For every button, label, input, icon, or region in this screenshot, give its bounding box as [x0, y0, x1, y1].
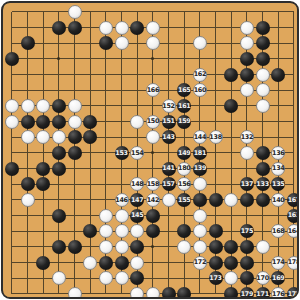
- board-cell[interactable]: [4, 114, 20, 130]
- board-cell[interactable]: [114, 161, 130, 177]
- board-cell[interactable]: [223, 223, 239, 239]
- board-cell[interactable]: 169: [270, 270, 286, 286]
- board-cell[interactable]: [82, 176, 98, 192]
- board-cell[interactable]: 149: [176, 145, 192, 161]
- board-cell[interactable]: [35, 114, 51, 130]
- board-cell[interactable]: [35, 176, 51, 192]
- board-cell[interactable]: 163: [286, 208, 299, 224]
- board-cell[interactable]: [35, 35, 51, 51]
- board-cell[interactable]: 171: [255, 286, 271, 299]
- board-cell[interactable]: [161, 239, 177, 255]
- board-cell[interactable]: [239, 35, 255, 51]
- board-cell[interactable]: [145, 4, 161, 20]
- board-cell[interactable]: 152: [161, 98, 177, 114]
- board-cell[interactable]: [51, 223, 67, 239]
- board-cell[interactable]: [98, 35, 114, 51]
- board-cell[interactable]: [161, 35, 177, 51]
- board-cell[interactable]: [4, 129, 20, 145]
- board-cell[interactable]: [208, 192, 224, 208]
- board-cell[interactable]: [255, 145, 271, 161]
- board-cell[interactable]: [161, 255, 177, 271]
- board-cell[interactable]: [129, 20, 145, 36]
- board-cell[interactable]: [176, 239, 192, 255]
- board-cell[interactable]: [114, 239, 130, 255]
- board-cell[interactable]: 147: [129, 192, 145, 208]
- board-cell[interactable]: [20, 35, 36, 51]
- board-cell[interactable]: [145, 223, 161, 239]
- board-cell[interactable]: [4, 161, 20, 177]
- board-cell[interactable]: [192, 192, 208, 208]
- board-cell[interactable]: [286, 176, 299, 192]
- board-cell[interactable]: [20, 255, 36, 271]
- board-cell[interactable]: 160: [192, 82, 208, 98]
- board-cell[interactable]: [129, 35, 145, 51]
- board-cell[interactable]: [67, 270, 83, 286]
- board-cell[interactable]: [145, 35, 161, 51]
- board-cell[interactable]: [98, 270, 114, 286]
- board-cell[interactable]: [114, 270, 130, 286]
- board-cell[interactable]: [51, 114, 67, 130]
- board-cell[interactable]: [67, 255, 83, 271]
- board-cell[interactable]: [51, 161, 67, 177]
- board-cell[interactable]: [98, 161, 114, 177]
- board-cell[interactable]: [35, 208, 51, 224]
- board-cell[interactable]: [129, 4, 145, 20]
- board-cell[interactable]: [223, 208, 239, 224]
- board-cell[interactable]: [145, 129, 161, 145]
- board-cell[interactable]: [51, 286, 67, 299]
- board-cell[interactable]: [223, 176, 239, 192]
- board-cell[interactable]: [51, 4, 67, 20]
- board-cell[interactable]: [255, 4, 271, 20]
- board-cell[interactable]: [223, 192, 239, 208]
- board-cell[interactable]: [82, 223, 98, 239]
- board-cell[interactable]: [114, 98, 130, 114]
- board-cell[interactable]: [98, 286, 114, 299]
- board-cell[interactable]: 172: [192, 255, 208, 271]
- board-cell[interactable]: [51, 20, 67, 36]
- board-cell[interactable]: [98, 82, 114, 98]
- board-cell[interactable]: [255, 114, 271, 130]
- board-cell[interactable]: [145, 98, 161, 114]
- board-cell[interactable]: [51, 208, 67, 224]
- board-cell[interactable]: 133: [255, 176, 271, 192]
- board-cell[interactable]: [35, 4, 51, 20]
- board-cell[interactable]: [67, 35, 83, 51]
- board-cell[interactable]: [4, 223, 20, 239]
- board-cell[interactable]: [67, 161, 83, 177]
- board-cell[interactable]: [176, 208, 192, 224]
- board-cell[interactable]: [208, 239, 224, 255]
- board-cell[interactable]: [82, 67, 98, 83]
- board-cell[interactable]: [270, 98, 286, 114]
- board-cell[interactable]: [82, 286, 98, 299]
- board-cell[interactable]: [51, 239, 67, 255]
- board-cell[interactable]: [161, 286, 177, 299]
- board-cell[interactable]: [255, 82, 271, 98]
- board-cell[interactable]: [82, 129, 98, 145]
- board-cell[interactable]: [286, 129, 299, 145]
- board-cell[interactable]: [4, 176, 20, 192]
- board-cell[interactable]: [270, 51, 286, 67]
- board-cell[interactable]: 135: [270, 176, 286, 192]
- board-cell[interactable]: [67, 286, 83, 299]
- board-cell[interactable]: 178: [286, 255, 299, 271]
- board-cell[interactable]: [114, 4, 130, 20]
- board-cell[interactable]: 137: [239, 176, 255, 192]
- board-cell[interactable]: 161: [176, 98, 192, 114]
- board-cell[interactable]: [20, 129, 36, 145]
- board-cell[interactable]: [270, 239, 286, 255]
- board-cell[interactable]: [161, 145, 177, 161]
- board-cell[interactable]: [239, 270, 255, 286]
- board-cell[interactable]: [145, 208, 161, 224]
- board-cell[interactable]: [4, 67, 20, 83]
- board-cell[interactable]: [51, 51, 67, 67]
- board-cell[interactable]: [82, 161, 98, 177]
- board-cell[interactable]: [35, 51, 51, 67]
- board-cell[interactable]: 132: [239, 129, 255, 145]
- board-cell[interactable]: [286, 161, 299, 177]
- board-cell[interactable]: [67, 208, 83, 224]
- board-cell[interactable]: [176, 51, 192, 67]
- board-cell[interactable]: [114, 67, 130, 83]
- board-cell[interactable]: [223, 98, 239, 114]
- board-cell[interactable]: [20, 51, 36, 67]
- board-cell[interactable]: [145, 270, 161, 286]
- board-cell[interactable]: [20, 98, 36, 114]
- board-cell[interactable]: [114, 208, 130, 224]
- board-cell[interactable]: [239, 98, 255, 114]
- board-cell[interactable]: [4, 20, 20, 36]
- board-cell[interactable]: [145, 51, 161, 67]
- board-cell[interactable]: [239, 67, 255, 83]
- board-cell[interactable]: [176, 255, 192, 271]
- board-cell[interactable]: [20, 239, 36, 255]
- board-cell[interactable]: [176, 67, 192, 83]
- board-cell[interactable]: [98, 192, 114, 208]
- board-cell[interactable]: [51, 176, 67, 192]
- board-cell[interactable]: [192, 208, 208, 224]
- board-cell[interactable]: [208, 255, 224, 271]
- board-cell[interactable]: [239, 161, 255, 177]
- board-cell[interactable]: [114, 35, 130, 51]
- board-cell[interactable]: 165: [176, 82, 192, 98]
- board-cell[interactable]: [98, 145, 114, 161]
- board-cell[interactable]: [82, 192, 98, 208]
- board-cell[interactable]: [239, 255, 255, 271]
- board-cell[interactable]: [176, 270, 192, 286]
- board-cell[interactable]: [255, 239, 271, 255]
- board-cell[interactable]: [255, 98, 271, 114]
- board-cell[interactable]: [20, 208, 36, 224]
- board-cell[interactable]: [67, 176, 83, 192]
- board-cell[interactable]: 164: [286, 223, 299, 239]
- board-cell[interactable]: [98, 129, 114, 145]
- board-cell[interactable]: [20, 145, 36, 161]
- board-cell[interactable]: [255, 35, 271, 51]
- board-cell[interactable]: 155: [176, 192, 192, 208]
- board-cell[interactable]: [239, 145, 255, 161]
- board-cell[interactable]: [223, 145, 239, 161]
- board-cell[interactable]: [20, 286, 36, 299]
- board-cell[interactable]: [82, 239, 98, 255]
- board-cell[interactable]: [223, 129, 239, 145]
- board-cell[interactable]: [223, 51, 239, 67]
- board-cell[interactable]: [4, 192, 20, 208]
- board-cell[interactable]: [145, 239, 161, 255]
- board-cell[interactable]: [114, 114, 130, 130]
- board-cell[interactable]: [223, 270, 239, 286]
- board-cell[interactable]: [4, 4, 20, 20]
- board-cell[interactable]: [82, 270, 98, 286]
- board-cell[interactable]: [223, 286, 239, 299]
- board-cell[interactable]: [255, 51, 271, 67]
- board-cell[interactable]: [35, 223, 51, 239]
- board-cell[interactable]: [223, 161, 239, 177]
- board-cell[interactable]: 174: [270, 255, 286, 271]
- board-cell[interactable]: [114, 20, 130, 36]
- board-cell[interactable]: [82, 98, 98, 114]
- board-cell[interactable]: [161, 4, 177, 20]
- board-cell[interactable]: [98, 20, 114, 36]
- board-cell[interactable]: [208, 98, 224, 114]
- board-cell[interactable]: [239, 82, 255, 98]
- board-cell[interactable]: [192, 35, 208, 51]
- board-cell[interactable]: 177: [286, 286, 299, 299]
- board-cell[interactable]: [67, 67, 83, 83]
- board-cell[interactable]: [208, 35, 224, 51]
- board-cell[interactable]: [82, 255, 98, 271]
- board-cell[interactable]: [270, 114, 286, 130]
- board-cell[interactable]: [82, 208, 98, 224]
- board-cell[interactable]: [270, 129, 286, 145]
- board-cell[interactable]: [145, 145, 161, 161]
- board-cell[interactable]: [223, 35, 239, 51]
- board-cell[interactable]: [192, 286, 208, 299]
- board-cell[interactable]: [286, 82, 299, 98]
- board-cell[interactable]: [176, 20, 192, 36]
- board-cell[interactable]: [67, 145, 83, 161]
- board-cell[interactable]: [4, 270, 20, 286]
- board-cell[interactable]: [20, 114, 36, 130]
- board-cell[interactable]: [239, 208, 255, 224]
- board-cell[interactable]: [35, 270, 51, 286]
- board-cell[interactable]: [145, 20, 161, 36]
- board-cell[interactable]: [98, 114, 114, 130]
- board-cell[interactable]: [208, 208, 224, 224]
- board-cell[interactable]: [239, 51, 255, 67]
- board-cell[interactable]: [129, 239, 145, 255]
- board-cell[interactable]: [67, 114, 83, 130]
- board-cell[interactable]: [98, 67, 114, 83]
- board-cell[interactable]: [20, 192, 36, 208]
- board-cell[interactable]: [67, 4, 83, 20]
- board-cell[interactable]: [286, 98, 299, 114]
- board-cell[interactable]: [20, 4, 36, 20]
- board-cell[interactable]: [129, 286, 145, 299]
- board-cell[interactable]: 151: [161, 114, 177, 130]
- board-cell[interactable]: 148: [129, 176, 145, 192]
- board-cell[interactable]: [20, 270, 36, 286]
- board-cell[interactable]: [270, 20, 286, 36]
- board-cell[interactable]: [223, 82, 239, 98]
- board-cell[interactable]: [51, 35, 67, 51]
- board-cell[interactable]: [286, 35, 299, 51]
- board-cell[interactable]: [35, 98, 51, 114]
- board-cell[interactable]: 162: [192, 67, 208, 83]
- board-cell[interactable]: [161, 51, 177, 67]
- board-cell[interactable]: 175: [239, 223, 255, 239]
- board-cell[interactable]: [4, 208, 20, 224]
- board-cell[interactable]: [98, 255, 114, 271]
- board-cell[interactable]: [145, 161, 161, 177]
- board-cell[interactable]: [286, 114, 299, 130]
- board-cell[interactable]: [51, 145, 67, 161]
- board-cell[interactable]: [161, 67, 177, 83]
- board-cell[interactable]: [98, 51, 114, 67]
- board-cell[interactable]: [161, 192, 177, 208]
- board-cell[interactable]: [145, 255, 161, 271]
- board-cell[interactable]: [255, 255, 271, 271]
- board-cell[interactable]: 139: [192, 161, 208, 177]
- board-cell[interactable]: [67, 82, 83, 98]
- board-cell[interactable]: [286, 20, 299, 36]
- board-cell[interactable]: [4, 98, 20, 114]
- board-cell[interactable]: [67, 192, 83, 208]
- board-cell[interactable]: [4, 51, 20, 67]
- board-cell[interactable]: 158: [145, 176, 161, 192]
- board-cell[interactable]: 157: [161, 176, 177, 192]
- board-cell[interactable]: [82, 20, 98, 36]
- board-cell[interactable]: [67, 51, 83, 67]
- board-cell[interactable]: [129, 51, 145, 67]
- board-cell[interactable]: [208, 51, 224, 67]
- board-cell[interactable]: [286, 145, 299, 161]
- board-cell[interactable]: [51, 192, 67, 208]
- board-cell[interactable]: [82, 145, 98, 161]
- board-cell[interactable]: [239, 239, 255, 255]
- board-cell[interactable]: [270, 4, 286, 20]
- board-cell[interactable]: [67, 223, 83, 239]
- board-cell[interactable]: [161, 20, 177, 36]
- board-cell[interactable]: [286, 4, 299, 20]
- board-cell[interactable]: [255, 20, 271, 36]
- board-cell[interactable]: [161, 208, 177, 224]
- board-cell[interactable]: [192, 176, 208, 192]
- board-cell[interactable]: [270, 67, 286, 83]
- board-cell[interactable]: [176, 4, 192, 20]
- board-cell[interactable]: [129, 255, 145, 271]
- board-cell[interactable]: [161, 82, 177, 98]
- board-cell[interactable]: 142: [145, 192, 161, 208]
- board-cell[interactable]: [114, 176, 130, 192]
- board-cell[interactable]: [4, 239, 20, 255]
- board-cell[interactable]: [82, 4, 98, 20]
- board-cell[interactable]: [20, 161, 36, 177]
- board-cell[interactable]: [208, 4, 224, 20]
- board-cell[interactable]: [286, 51, 299, 67]
- board-cell[interactable]: [161, 270, 177, 286]
- board-cell[interactable]: [114, 286, 130, 299]
- board-cell[interactable]: [286, 239, 299, 255]
- board-cell[interactable]: [4, 82, 20, 98]
- board-cell[interactable]: [192, 4, 208, 20]
- board-cell[interactable]: [208, 286, 224, 299]
- board-cell[interactable]: [82, 35, 98, 51]
- board-cell[interactable]: [223, 20, 239, 36]
- board-cell[interactable]: [35, 145, 51, 161]
- board-cell[interactable]: [223, 4, 239, 20]
- board-cell[interactable]: [255, 67, 271, 83]
- board-cell[interactable]: [4, 255, 20, 271]
- board-cell[interactable]: [208, 161, 224, 177]
- board-cell[interactable]: 176: [270, 286, 286, 299]
- board-cell[interactable]: [35, 129, 51, 145]
- board-cell[interactable]: [192, 51, 208, 67]
- board-cell[interactable]: [51, 255, 67, 271]
- board-cell[interactable]: [239, 20, 255, 36]
- board-cell[interactable]: [129, 67, 145, 83]
- board-cell[interactable]: 159: [176, 114, 192, 130]
- board-cell[interactable]: [208, 20, 224, 36]
- board-cell[interactable]: [98, 176, 114, 192]
- board-cell[interactable]: 156: [176, 176, 192, 192]
- board-cell[interactable]: [239, 192, 255, 208]
- board-cell[interactable]: [98, 208, 114, 224]
- board-cell[interactable]: [208, 223, 224, 239]
- board-cell[interactable]: [129, 270, 145, 286]
- board-cell[interactable]: [35, 67, 51, 83]
- board-cell[interactable]: [35, 82, 51, 98]
- board-cell[interactable]: [255, 129, 271, 145]
- board-cell[interactable]: [114, 223, 130, 239]
- board-cell[interactable]: 181: [192, 145, 208, 161]
- board-cell[interactable]: [35, 239, 51, 255]
- board-cell[interactable]: [192, 223, 208, 239]
- board-cell[interactable]: [286, 67, 299, 83]
- board-cell[interactable]: 167: [286, 192, 299, 208]
- board-cell[interactable]: 170: [255, 270, 271, 286]
- board-cell[interactable]: [51, 82, 67, 98]
- board-cell[interactable]: [223, 67, 239, 83]
- board-cell[interactable]: [129, 82, 145, 98]
- board-cell[interactable]: [51, 129, 67, 145]
- board-cell[interactable]: [161, 223, 177, 239]
- board-cell[interactable]: [223, 239, 239, 255]
- board-cell[interactable]: [192, 270, 208, 286]
- board-cell[interactable]: [35, 255, 51, 271]
- board-cell[interactable]: [208, 145, 224, 161]
- board-cell[interactable]: [35, 20, 51, 36]
- board-cell[interactable]: [4, 145, 20, 161]
- board-cell[interactable]: 166: [145, 82, 161, 98]
- board-cell[interactable]: [145, 67, 161, 83]
- board-cell[interactable]: [223, 255, 239, 271]
- board-cell[interactable]: 136: [270, 145, 286, 161]
- board-cell[interactable]: [270, 208, 286, 224]
- board-cell[interactable]: [20, 176, 36, 192]
- board-cell[interactable]: [176, 35, 192, 51]
- board-cell[interactable]: [208, 114, 224, 130]
- board-cell[interactable]: [129, 161, 145, 177]
- board-cell[interactable]: 168: [270, 223, 286, 239]
- board-cell[interactable]: [67, 20, 83, 36]
- board-cell[interactable]: [239, 4, 255, 20]
- board-cell[interactable]: [98, 239, 114, 255]
- board-cell[interactable]: [67, 129, 83, 145]
- board-cell[interactable]: [255, 161, 271, 177]
